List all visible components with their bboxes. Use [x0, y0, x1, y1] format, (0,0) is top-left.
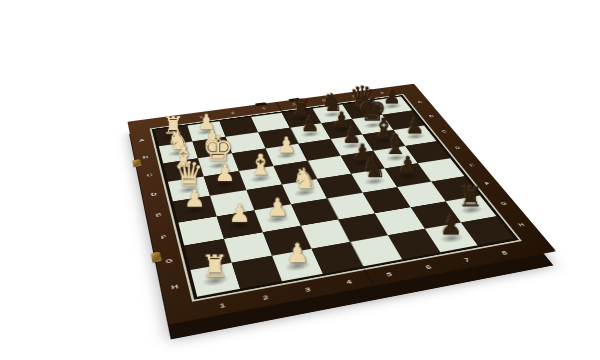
hinge-icon [255, 102, 267, 106]
piece-white-pawn-e1: ♟ [176, 162, 214, 210]
piece-white-pawn-h3: ♟ [276, 214, 318, 267]
file-label-E: E [145, 202, 173, 227]
chess-board-3d: ABCDEFGH ABCDEFGH 12345678 12345678 ♜♟♜♞… [127, 84, 556, 325]
board-grid: ♜♟♜♞♛♟♞♟♟♟♚♝♚♟♟♝♟♛♟♝♟♝♟♞♞♟♟♟♜♜♟♟ [155, 96, 515, 296]
piece-black-pawn-e7: ♟ [390, 131, 426, 177]
square-h2 [232, 256, 282, 289]
brass-clasp-icon [151, 252, 162, 263]
piece-black-knight-e6: ♞ [356, 136, 392, 182]
square-h1: ♜ [190, 263, 240, 297]
board-frame: ABCDEFGH ABCDEFGH 12345678 12345678 ♜♟♜♞… [127, 84, 556, 325]
piece-white-pawn-f3: ♟ [258, 171, 297, 220]
piece-black-pawn-h7: ♟ [431, 188, 471, 239]
piece-white-pawn-f2: ♟ [220, 177, 259, 227]
piece-white-rook-h1: ♜ [194, 227, 237, 281]
file-label-D: D [141, 183, 168, 206]
brass-clasp-icon [132, 159, 141, 167]
chess-set-photo: ABCDEFGH ABCDEFGH 12345678 12345678 ♜♟♜♞… [0, 0, 600, 360]
square-h3: ♟ [272, 249, 323, 281]
